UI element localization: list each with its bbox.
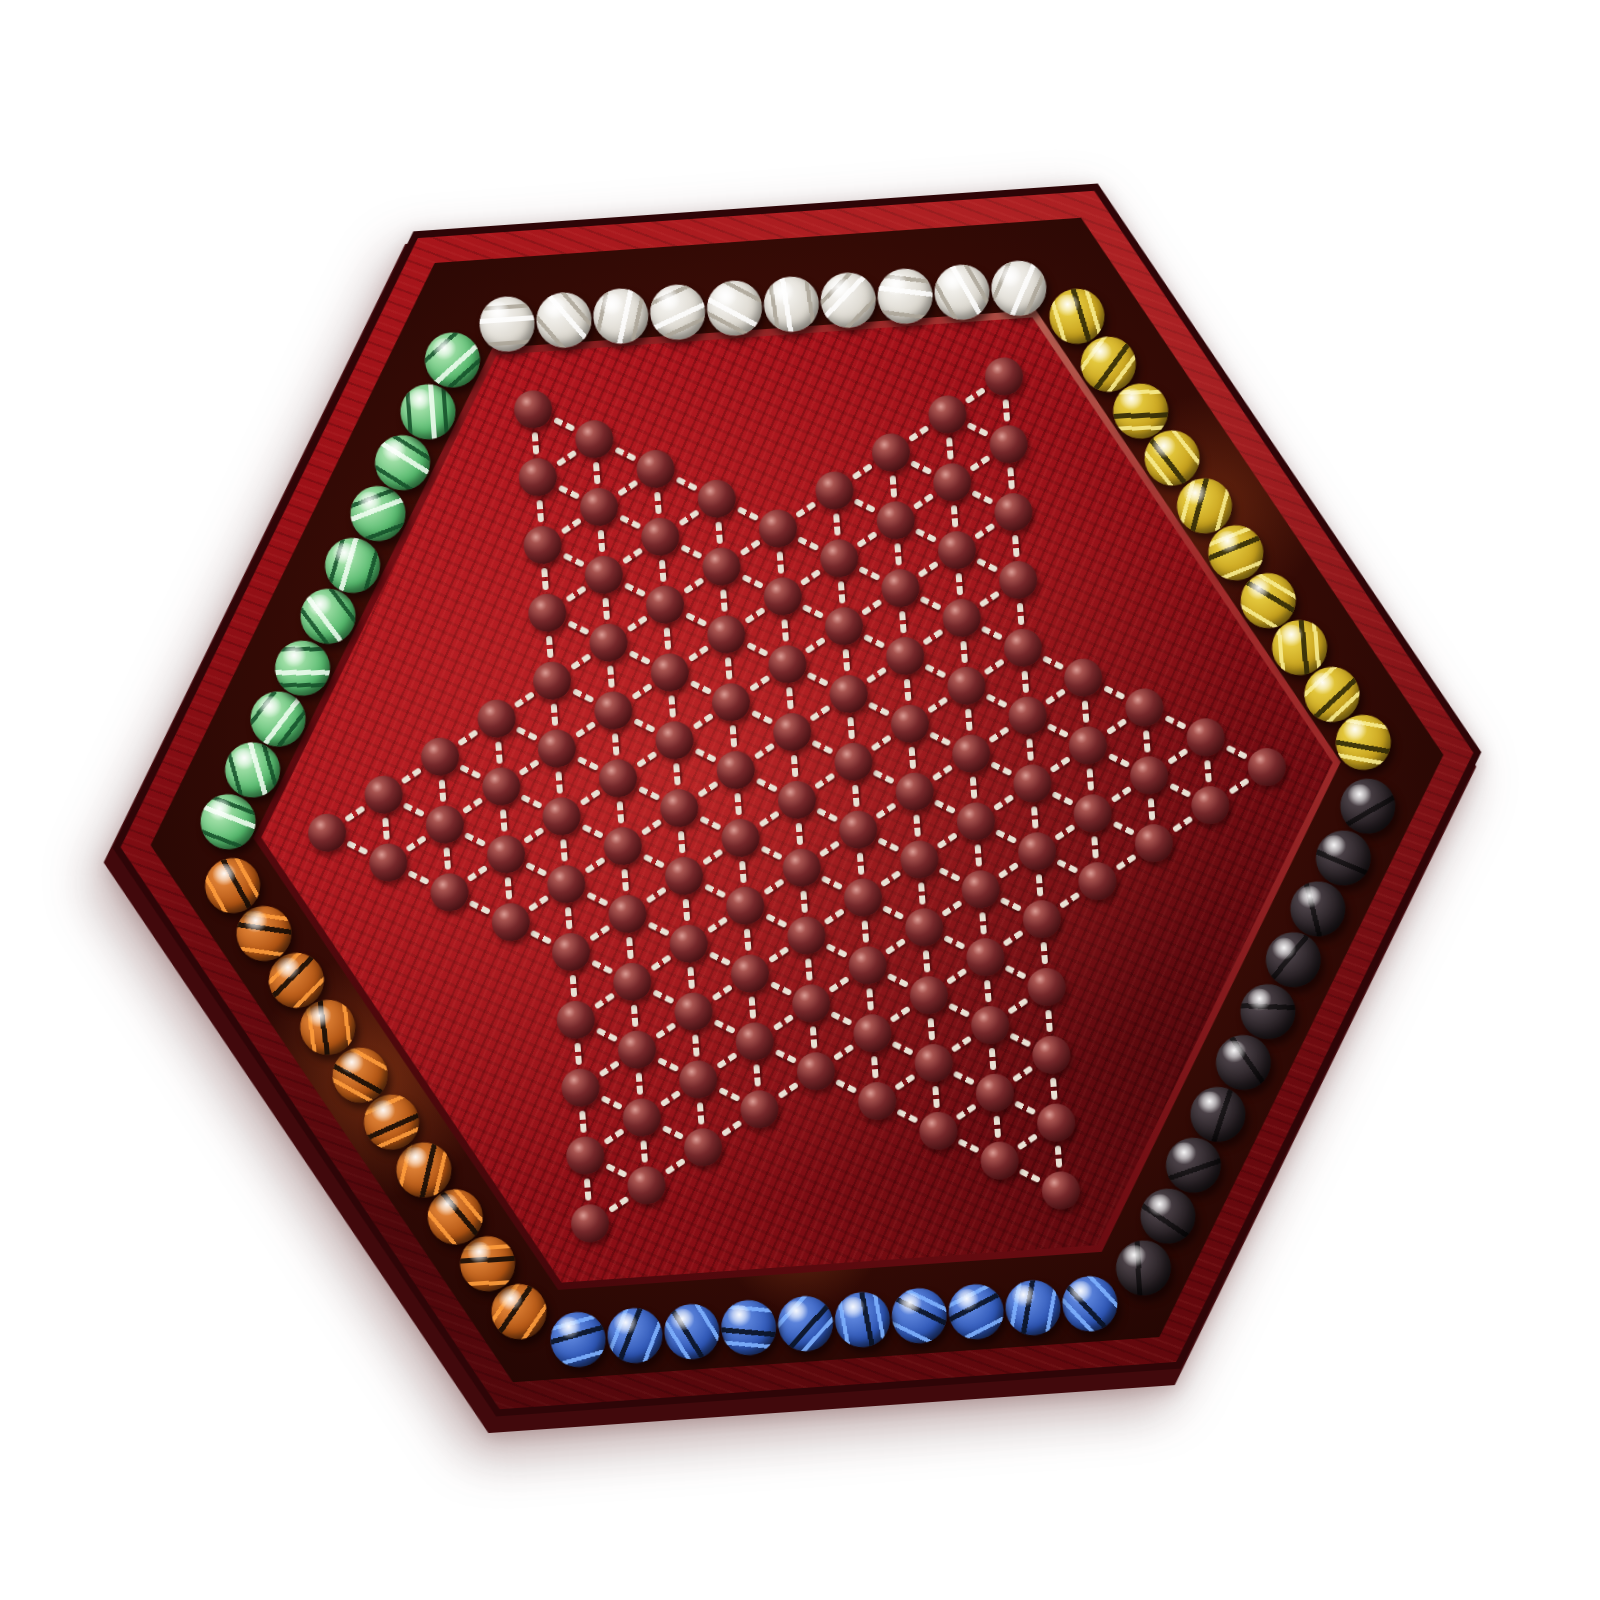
path-dash xyxy=(443,847,451,869)
path-dash xyxy=(894,543,902,565)
path-dash xyxy=(842,649,850,671)
chinese-checkers-board xyxy=(0,0,1600,1600)
path-dash xyxy=(1031,806,1039,828)
product-photo xyxy=(0,0,1600,1600)
path-dash xyxy=(504,877,512,899)
path-dash xyxy=(908,747,916,769)
path-dash xyxy=(965,709,973,731)
path-dash xyxy=(1050,1078,1058,1100)
path-dash xyxy=(984,980,992,1002)
path-dash xyxy=(866,988,874,1010)
path-dash xyxy=(1002,399,1010,421)
path-dash xyxy=(918,882,926,904)
path-dash xyxy=(974,844,982,866)
path-dash xyxy=(847,717,855,739)
path-dash xyxy=(946,437,954,459)
path-dash xyxy=(955,573,963,595)
path-dash xyxy=(861,920,869,942)
path-dash xyxy=(969,776,977,798)
path-dash xyxy=(988,1048,996,1070)
path-dash xyxy=(923,950,931,972)
path-dash xyxy=(932,1086,940,1108)
path-dash xyxy=(979,912,987,934)
path-dash xyxy=(904,679,912,701)
path-dash xyxy=(852,785,860,807)
path-dash xyxy=(1016,603,1024,625)
path-dash xyxy=(1012,535,1020,557)
path-dash xyxy=(1040,942,1048,964)
path-dash xyxy=(495,742,503,764)
path-dash xyxy=(993,1116,1001,1138)
path-dash xyxy=(382,818,390,840)
path-dash xyxy=(913,815,921,837)
path-dash xyxy=(1007,467,1015,489)
path-dash xyxy=(1045,1010,1053,1032)
path-dash xyxy=(1035,874,1043,896)
path-dash xyxy=(871,1056,879,1078)
path-dash xyxy=(1021,671,1029,693)
path-dash xyxy=(1026,738,1034,760)
path-dash xyxy=(833,513,841,535)
path-dash xyxy=(857,853,865,875)
path-dash xyxy=(960,641,968,663)
path-dash xyxy=(899,611,907,633)
path-dash xyxy=(950,505,958,527)
path-dash xyxy=(438,780,446,802)
path-dash xyxy=(889,475,897,497)
path-dash xyxy=(500,809,508,831)
path-dash xyxy=(1054,1145,1062,1167)
path-dash xyxy=(927,1018,935,1040)
path-dash xyxy=(838,581,846,603)
